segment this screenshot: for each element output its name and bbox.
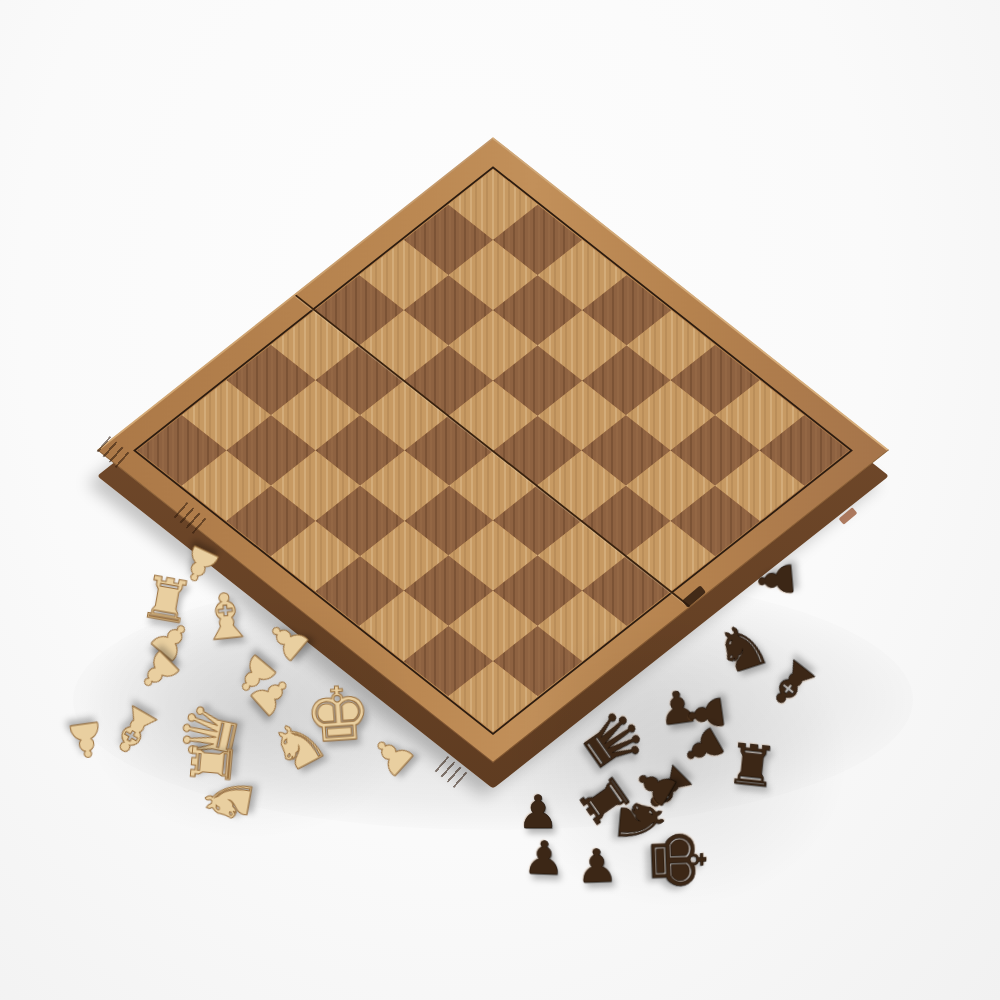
black-pawn-standing: ♟ [517,789,558,835]
white-knight-lying: ♞ [194,768,262,831]
black-king-lying: ♚ [640,826,716,895]
black-pawn-standing: ♟ [576,842,619,889]
white-pawn-lying: ♟ [62,714,109,765]
product-photo-chess-set: ♜♟♝♟♟♟♟♟♛♜♝♞♚♞♟♟♟♞♝♟♟♟♜♛♜♞♝♚♟♟♟♟ [0,0,1000,1000]
black-pawn-standing: ♟ [523,834,566,881]
white-king-standing: ♚ [302,675,373,753]
black-rook-standing: ♜ [724,736,780,797]
black-pawn-lying: ♟ [751,557,800,602]
